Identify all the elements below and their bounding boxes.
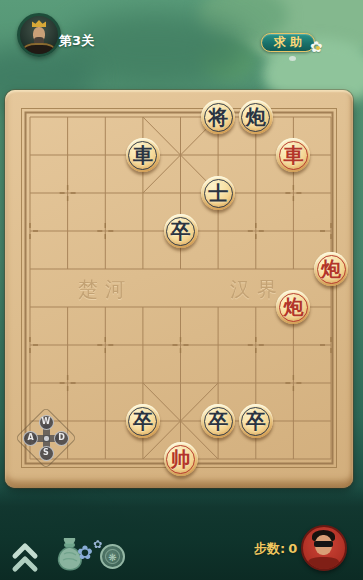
piece-character: 卒 <box>201 404 235 438</box>
opponent-avatar[interactable] <box>301 525 347 571</box>
piece-black-卒[interactable]: 卒 <box>239 404 273 438</box>
avatar-robe <box>24 43 54 55</box>
game-screen: 第3关 求助 ✿ 楚河 汉界 W A D S 将炮車車士卒炮炮卒卒卒帅 <box>0 0 363 580</box>
flower-icon: ✿ <box>310 38 323 56</box>
piece-red-炮[interactable]: 炮 <box>314 252 348 286</box>
pebble-decoration <box>289 56 296 61</box>
piece-layer: 将炮車車士卒炮炮卒卒卒帅 <box>11 98 350 478</box>
level-label: 第3关 <box>59 32 94 50</box>
piece-red-炮[interactable]: 炮 <box>276 290 310 324</box>
piece-red-車[interactable]: 車 <box>276 138 310 172</box>
piece-black-車[interactable]: 車 <box>126 138 160 172</box>
piece-character: 卒 <box>164 214 198 248</box>
expand-chevrons-icon[interactable] <box>9 541 41 575</box>
piece-black-卒[interactable]: 卒 <box>164 214 198 248</box>
piece-black-卒[interactable]: 卒 <box>201 404 235 438</box>
piece-character: 将 <box>201 100 235 134</box>
piece-character: 炮 <box>276 290 310 324</box>
xiangqi-board: 楚河 汉界 W A D S 将炮車車士卒炮炮卒卒卒帅 <box>5 90 353 488</box>
piece-character: 炮 <box>239 100 273 134</box>
piece-character: 車 <box>126 138 160 172</box>
piece-character: 卒 <box>239 404 273 438</box>
help-button[interactable]: 求助 <box>261 33 315 52</box>
player-avatar[interactable] <box>17 13 61 57</box>
piece-black-炮[interactable]: 炮 <box>239 100 273 134</box>
piece-character: 炮 <box>314 252 348 286</box>
piece-red-帅[interactable]: 帅 <box>164 442 198 476</box>
piece-character: 士 <box>201 176 235 210</box>
coin-engraving: ❋ <box>105 549 120 564</box>
crown-icon <box>32 20 46 27</box>
coin-icon[interactable]: ❋ <box>100 544 125 569</box>
piece-black-士[interactable]: 士 <box>201 176 235 210</box>
step-counter: 步数:0 <box>254 540 297 558</box>
flower-icon: ✿ <box>77 541 93 563</box>
step-counter-value: 0 <box>288 541 297 556</box>
avatar-shirt <box>308 557 339 570</box>
step-counter-label: 步数: <box>254 541 285 556</box>
piece-character: 卒 <box>126 404 160 438</box>
piece-black-卒[interactable]: 卒 <box>126 404 160 438</box>
piece-black-将[interactable]: 将 <box>201 100 235 134</box>
piece-character: 帅 <box>164 442 198 476</box>
piece-character: 車 <box>276 138 310 172</box>
sunglasses-icon <box>314 541 333 547</box>
